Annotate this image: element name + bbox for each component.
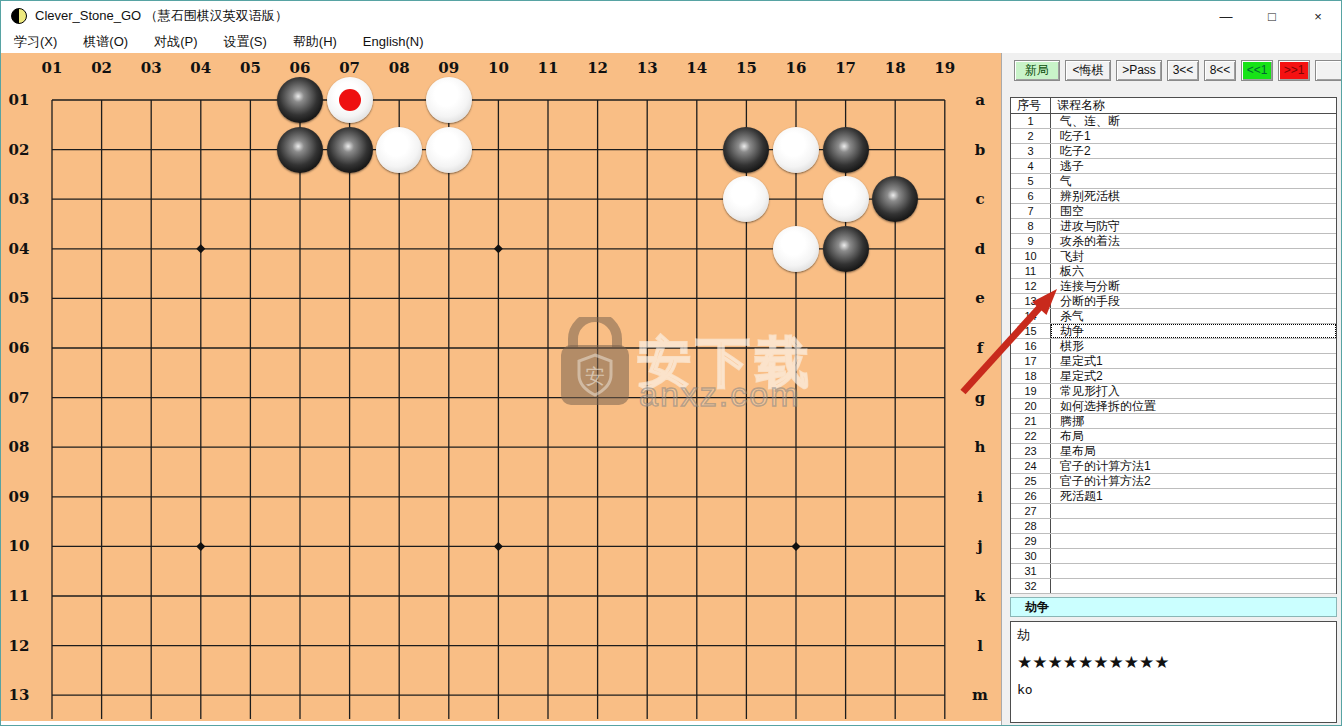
row-label-02: 02 <box>5 141 33 159</box>
lesson-row-16[interactable]: 16棋形 <box>1011 339 1336 354</box>
toolbar: 新局<悔棋>Pass3<<8<<<<1>>1 <box>1014 60 1342 81</box>
lesson-no: 8 <box>1011 219 1051 233</box>
lesson-no: 22 <box>1011 429 1051 443</box>
lesson-table[interactable]: 序号 课程名称1气、连、断2吃子13吃子24逃子5气6辨别死活棋7围空8进攻与防… <box>1010 97 1337 594</box>
column-header-no: 序号 <box>1011 98 1051 113</box>
lesson-name <box>1051 534 1336 548</box>
white-stone-16-4[interactable] <box>773 226 819 272</box>
right-label-c: c <box>967 190 993 208</box>
lesson-name <box>1051 504 1336 518</box>
col-label-06: 06 <box>285 59 315 77</box>
lesson-no: 5 <box>1011 174 1051 188</box>
title-bar: Clever_Stone_GO （慧石围棋汉英双语版） — □ × <box>1 1 1341 31</box>
menu-item-4[interactable]: 设置(S) <box>210 31 279 53</box>
row-label-01: 01 <box>5 91 33 109</box>
menu-item-2[interactable]: 棋谱(O) <box>70 31 141 53</box>
side-panel: 新局<悔棋>Pass3<<8<<<<1>>1 序号 课程名称1气、连、断2吃子1… <box>1001 53 1342 726</box>
col-label-13: 13 <box>632 59 662 77</box>
lesson-title-bar: 劫争 <box>1010 597 1337 617</box>
right-label-k: k <box>967 587 993 605</box>
right-label-a: a <box>967 91 993 109</box>
minimize-button[interactable]: — <box>1203 1 1249 31</box>
lesson-no: 24 <box>1011 459 1051 473</box>
lesson-row-11[interactable]: 11板六 <box>1011 264 1336 279</box>
lesson-no: 20 <box>1011 399 1051 413</box>
lesson-no: 11 <box>1011 264 1051 278</box>
right-label-g: g <box>967 389 993 407</box>
row-label-05: 05 <box>5 289 33 307</box>
lesson-name <box>1051 519 1336 533</box>
col-label-09: 09 <box>434 59 464 77</box>
lesson-no: 14 <box>1011 309 1051 323</box>
white-stone-8-2[interactable] <box>376 127 422 173</box>
lesson-name: 死活题1 <box>1051 489 1336 503</box>
lesson-no: 2 <box>1011 129 1051 143</box>
lesson-row-28[interactable]: 28 <box>1011 519 1336 534</box>
forward-1-button[interactable]: >>1 <box>1278 60 1310 81</box>
lesson-row-25[interactable]: 25官子的计算方法2 <box>1011 474 1336 489</box>
col-label-03: 03 <box>136 59 166 77</box>
black-stone-17-4[interactable] <box>823 226 869 272</box>
pass-button[interactable]: >Pass <box>1116 60 1162 81</box>
lesson-row-18[interactable]: 18星定式2 <box>1011 369 1336 384</box>
menu-item-6[interactable]: English(N) <box>350 31 437 53</box>
lesson-no: 27 <box>1011 504 1051 518</box>
lesson-row-3[interactable]: 3吃子2 <box>1011 144 1336 159</box>
lesson-row-20[interactable]: 20如何选择拆的位置 <box>1011 399 1336 414</box>
lesson-name: 围空 <box>1051 204 1336 218</box>
lesson-name: 气、连、断 <box>1051 114 1336 128</box>
menu-item-3[interactable]: 对战(P) <box>141 31 210 53</box>
lesson-row-31[interactable]: 31 <box>1011 564 1336 579</box>
maximize-button[interactable]: □ <box>1249 1 1295 31</box>
col-label-10: 10 <box>483 59 513 77</box>
right-label-e: e <box>967 289 993 307</box>
new-game-button[interactable]: 新局 <box>1014 60 1060 81</box>
lesson-no: 16 <box>1011 339 1051 353</box>
lesson-row-23[interactable]: 23星布局 <box>1011 444 1336 459</box>
col-label-15: 15 <box>731 59 761 77</box>
lesson-row-14[interactable]: 14杀气 <box>1011 309 1336 324</box>
lesson-row-12[interactable]: 12连接与分断 <box>1011 279 1336 294</box>
lesson-no: 4 <box>1011 159 1051 173</box>
lesson-name: 吃子2 <box>1051 144 1336 158</box>
difficulty-stars: ★★★★★★★★★★ <box>1017 652 1330 673</box>
col-label-12: 12 <box>583 59 613 77</box>
lesson-name: 杀气 <box>1051 309 1336 323</box>
lesson-name: 星定式2 <box>1051 369 1336 383</box>
lesson-name: 逃子 <box>1051 159 1336 173</box>
app-window: Clever_Stone_GO （慧石围棋汉英双语版） — □ × 学习(X)棋… <box>0 0 1342 726</box>
column-header-name: 课程名称 <box>1051 98 1336 113</box>
lesson-row-6[interactable]: 6辨别死活棋 <box>1011 189 1336 204</box>
lesson-name <box>1051 564 1336 578</box>
col-label-19: 19 <box>930 59 960 77</box>
lesson-name: 星定式1 <box>1051 354 1336 368</box>
lesson-row-32[interactable]: 32 <box>1011 579 1336 594</box>
lesson-name: 星布局 <box>1051 444 1336 458</box>
col-label-02: 02 <box>87 59 117 77</box>
lesson-row-17[interactable]: 17星定式1 <box>1011 354 1336 369</box>
lesson-no: 28 <box>1011 519 1051 533</box>
row-label-12: 12 <box>5 637 33 655</box>
lesson-row-27[interactable]: 27 <box>1011 504 1336 519</box>
lesson-name: 官子的计算方法2 <box>1051 474 1336 488</box>
lesson-no: 6 <box>1011 189 1051 203</box>
row-label-08: 08 <box>5 438 33 456</box>
col-label-01: 01 <box>37 59 67 77</box>
back-3-button[interactable]: 3<< <box>1167 60 1199 81</box>
lesson-no: 18 <box>1011 369 1051 383</box>
lesson-name: 吃子1 <box>1051 129 1336 143</box>
lesson-no: 15 <box>1011 324 1051 338</box>
lesson-name <box>1051 549 1336 563</box>
lesson-no: 25 <box>1011 474 1051 488</box>
lesson-row-24[interactable]: 24官子的计算方法1 <box>1011 459 1336 474</box>
lesson-no: 30 <box>1011 549 1051 563</box>
go-board[interactable]: 0102030405060708091011121314151617181901… <box>1 53 1001 721</box>
lesson-row-4[interactable]: 4逃子 <box>1011 159 1336 174</box>
back-1-button[interactable]: <<1 <box>1241 60 1273 81</box>
right-label-i: i <box>967 488 993 506</box>
lesson-no: 23 <box>1011 444 1051 458</box>
lesson-name: 腾挪 <box>1051 414 1336 428</box>
lesson-row-2[interactable]: 2吃子1 <box>1011 129 1336 144</box>
lesson-row-5[interactable]: 5气 <box>1011 174 1336 189</box>
black-stone-15-2[interactable] <box>723 127 769 173</box>
lesson-english-name: ko <box>1017 682 1330 697</box>
lesson-no: 29 <box>1011 534 1051 548</box>
white-stone-17-3[interactable] <box>823 176 869 222</box>
col-label-14: 14 <box>682 59 712 77</box>
right-label-j: j <box>967 537 993 555</box>
lesson-no: 1 <box>1011 114 1051 128</box>
col-label-07: 07 <box>335 59 365 77</box>
lesson-no: 21 <box>1011 414 1051 428</box>
lesson-name: 进攻与防守 <box>1051 219 1336 233</box>
lesson-row-26[interactable]: 26死活题1 <box>1011 489 1336 504</box>
white-stone-9-2[interactable] <box>426 127 472 173</box>
close-button[interactable]: × <box>1295 1 1341 31</box>
right-label-b: b <box>967 141 993 159</box>
right-label-h: h <box>967 438 993 456</box>
lesson-no: 7 <box>1011 204 1051 218</box>
right-label-f: f <box>967 339 993 357</box>
toolbar-spacer <box>1315 60 1342 81</box>
white-stone-16-2[interactable] <box>773 127 819 173</box>
lesson-row-1[interactable]: 1气、连、断 <box>1011 114 1336 129</box>
row-label-13: 13 <box>5 686 33 704</box>
undo-button[interactable]: <悔棋 <box>1065 60 1111 81</box>
lesson-no: 13 <box>1011 294 1051 308</box>
row-label-10: 10 <box>5 537 33 555</box>
menu-item-1[interactable]: 学习(X) <box>1 31 70 53</box>
black-stone-7-2[interactable] <box>327 127 373 173</box>
col-label-11: 11 <box>533 59 563 77</box>
row-label-04: 04 <box>5 240 33 258</box>
back-8-button[interactable]: 8<< <box>1204 60 1236 81</box>
lesson-name: 气 <box>1051 174 1336 188</box>
row-label-07: 07 <box>5 389 33 407</box>
lesson-description-box: 劫★★★★★★★★★★ko <box>1010 621 1337 723</box>
row-label-06: 06 <box>5 339 33 357</box>
black-stone-17-2[interactable] <box>823 127 869 173</box>
right-label-d: d <box>967 240 993 258</box>
lesson-row-8[interactable]: 8进攻与防守 <box>1011 219 1336 234</box>
lesson-no: 12 <box>1011 279 1051 293</box>
white-stone-7-1[interactable] <box>327 77 373 123</box>
lesson-row-21[interactable]: 21腾挪 <box>1011 414 1336 429</box>
lesson-row-7[interactable]: 7围空 <box>1011 204 1336 219</box>
black-stone-6-1[interactable] <box>277 77 323 123</box>
lesson-row-9[interactable]: 9攻杀的着法 <box>1011 234 1336 249</box>
black-stone-6-2[interactable] <box>277 127 323 173</box>
lesson-name: 辨别死活棋 <box>1051 189 1336 203</box>
menu-item-5[interactable]: 帮助(H) <box>280 31 350 53</box>
lesson-no: 32 <box>1011 579 1051 593</box>
lesson-no: 10 <box>1011 249 1051 263</box>
row-label-03: 03 <box>5 190 33 208</box>
right-label-m: m <box>967 686 993 704</box>
lesson-row-13[interactable]: 13分断的手段 <box>1011 294 1336 309</box>
col-label-17: 17 <box>831 59 861 77</box>
lesson-row-29[interactable]: 29 <box>1011 534 1336 549</box>
lesson-no: 3 <box>1011 144 1051 158</box>
lesson-no: 17 <box>1011 354 1051 368</box>
app-icon <box>11 8 27 24</box>
lesson-no: 19 <box>1011 384 1051 398</box>
col-label-18: 18 <box>880 59 910 77</box>
col-label-05: 05 <box>235 59 265 77</box>
lesson-name: 连接与分断 <box>1051 279 1336 293</box>
lesson-no: 26 <box>1011 489 1051 503</box>
row-label-11: 11 <box>5 587 33 605</box>
lesson-name: 分断的手段 <box>1051 294 1336 308</box>
lesson-row-19[interactable]: 19常见形打入 <box>1011 384 1336 399</box>
last-move-marker <box>339 89 361 111</box>
col-label-08: 08 <box>384 59 414 77</box>
lesson-name: 布局 <box>1051 429 1336 443</box>
lesson-name: 常见形打入 <box>1051 384 1336 398</box>
right-label-l: l <box>967 637 993 655</box>
white-stone-9-1[interactable] <box>426 77 472 123</box>
lesson-name: 板六 <box>1051 264 1336 278</box>
lesson-name: 如何选择拆的位置 <box>1051 399 1336 413</box>
lesson-name: 官子的计算方法1 <box>1051 459 1336 473</box>
lesson-row-10[interactable]: 10飞封 <box>1011 249 1336 264</box>
lesson-name: 攻杀的着法 <box>1051 234 1336 248</box>
window-title: Clever_Stone_GO （慧石围棋汉英双语版） <box>35 7 288 25</box>
lesson-name <box>1051 579 1336 593</box>
lesson-name: 棋形 <box>1051 339 1336 353</box>
lesson-keyword: 劫 <box>1017 626 1330 644</box>
menu-bar: 学习(X)棋谱(O)对战(P)设置(S)帮助(H)English(N) <box>1 31 1341 53</box>
lesson-name: 劫争 <box>1051 324 1336 338</box>
lesson-no: 9 <box>1011 234 1051 248</box>
col-label-04: 04 <box>186 59 216 77</box>
lesson-no: 31 <box>1011 564 1051 578</box>
lesson-name: 飞封 <box>1051 249 1336 263</box>
lesson-row-22[interactable]: 22布局 <box>1011 429 1336 444</box>
col-label-16: 16 <box>781 59 811 77</box>
lesson-row-15[interactable]: 15劫争 <box>1011 324 1336 339</box>
lesson-row-30[interactable]: 30 <box>1011 549 1336 564</box>
row-label-09: 09 <box>5 488 33 506</box>
